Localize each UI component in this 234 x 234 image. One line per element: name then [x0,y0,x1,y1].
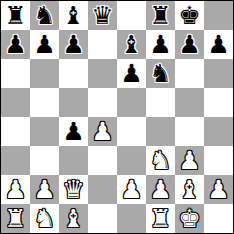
white-pawn-piece: ♟ [207,175,229,204]
black-rook-piece: ♜ [4,1,26,30]
square-e5[interactable] [117,88,146,117]
square-b5[interactable] [30,88,59,117]
black-queen-piece: ♛ [91,1,113,30]
square-d5[interactable] [88,88,117,117]
square-h7[interactable]: ♟ [204,30,233,59]
square-h8[interactable] [204,1,233,30]
square-f7[interactable]: ♟ [146,30,175,59]
square-c5[interactable] [59,88,88,117]
square-d6[interactable] [88,59,117,88]
square-d8[interactable]: ♛ [88,1,117,30]
square-e8[interactable] [117,1,146,30]
white-knight-piece: ♞ [149,146,171,175]
square-h6[interactable] [204,59,233,88]
square-e1[interactable] [117,204,146,233]
square-c8[interactable]: ♝ [59,1,88,30]
square-d7[interactable] [88,30,117,59]
square-d4[interactable]: ♟ [88,117,117,146]
square-g3[interactable]: ♟ [175,146,204,175]
white-pawn-piece: ♟ [149,175,171,204]
chess-diagram: ♜♞♝♛♜♚♟♟♟♝♟♟♟♟♞♟♟♞♟♟♟♛♟♟♝♟♜♞♝♜♚ [0,0,234,234]
white-rook-piece: ♜ [4,204,26,233]
square-g4[interactable] [175,117,204,146]
black-pawn-piece: ♟ [149,30,171,59]
square-f6[interactable]: ♞ [146,59,175,88]
square-g7[interactable]: ♟ [175,30,204,59]
black-bishop-piece: ♝ [120,30,142,59]
square-h3[interactable] [204,146,233,175]
black-king-piece: ♚ [178,1,200,30]
square-h5[interactable] [204,88,233,117]
black-knight-piece: ♞ [33,1,55,30]
square-b4[interactable] [30,117,59,146]
white-rook-piece: ♜ [149,204,171,233]
square-b7[interactable]: ♟ [30,30,59,59]
square-f5[interactable] [146,88,175,117]
square-a3[interactable] [1,146,30,175]
black-pawn-piece: ♟ [207,30,229,59]
square-a1[interactable]: ♜ [1,204,30,233]
square-a4[interactable] [1,117,30,146]
white-bishop-piece: ♝ [62,204,84,233]
square-a6[interactable] [1,59,30,88]
square-a2[interactable]: ♟ [1,175,30,204]
black-bishop-piece: ♝ [62,1,84,30]
square-g6[interactable] [175,59,204,88]
square-e4[interactable] [117,117,146,146]
white-pawn-piece: ♟ [33,175,55,204]
square-e6[interactable]: ♟ [117,59,146,88]
white-bishop-piece: ♝ [178,175,200,204]
black-pawn-piece: ♟ [4,30,26,59]
white-king-piece: ♚ [178,204,200,233]
square-d3[interactable] [88,146,117,175]
square-f2[interactable]: ♟ [146,175,175,204]
square-h2[interactable]: ♟ [204,175,233,204]
square-f8[interactable]: ♜ [146,1,175,30]
square-e7[interactable]: ♝ [117,30,146,59]
square-d1[interactable] [88,204,117,233]
square-b6[interactable] [30,59,59,88]
black-pawn-piece: ♟ [120,59,142,88]
black-knight-piece: ♞ [149,59,171,88]
black-rook-piece: ♜ [149,1,171,30]
square-b3[interactable] [30,146,59,175]
square-c4[interactable]: ♟ [59,117,88,146]
square-b2[interactable]: ♟ [30,175,59,204]
square-c1[interactable]: ♝ [59,204,88,233]
square-b8[interactable]: ♞ [30,1,59,30]
black-pawn-piece: ♟ [33,30,55,59]
square-g8[interactable]: ♚ [175,1,204,30]
white-queen-piece: ♛ [62,175,84,204]
square-h1[interactable] [204,204,233,233]
square-f1[interactable]: ♜ [146,204,175,233]
black-pawn-piece: ♟ [62,117,84,146]
black-pawn-piece: ♟ [62,30,84,59]
square-b1[interactable]: ♞ [30,204,59,233]
square-g2[interactable]: ♝ [175,175,204,204]
square-a5[interactable] [1,88,30,117]
square-f3[interactable]: ♞ [146,146,175,175]
square-a8[interactable]: ♜ [1,1,30,30]
white-knight-piece: ♞ [33,204,55,233]
square-h4[interactable] [204,117,233,146]
square-g1[interactable]: ♚ [175,204,204,233]
square-c6[interactable] [59,59,88,88]
square-e3[interactable] [117,146,146,175]
white-pawn-piece: ♟ [4,175,26,204]
black-pawn-piece: ♟ [178,30,200,59]
square-c7[interactable]: ♟ [59,30,88,59]
white-pawn-piece: ♟ [91,117,113,146]
square-c3[interactable] [59,146,88,175]
chess-board: ♜♞♝♛♜♚♟♟♟♝♟♟♟♟♞♟♟♞♟♟♟♛♟♟♝♟♜♞♝♜♚ [0,0,234,234]
square-g5[interactable] [175,88,204,117]
square-d2[interactable] [88,175,117,204]
square-f4[interactable] [146,117,175,146]
square-c2[interactable]: ♛ [59,175,88,204]
white-pawn-piece: ♟ [178,146,200,175]
square-a7[interactable]: ♟ [1,30,30,59]
square-e2[interactable]: ♟ [117,175,146,204]
white-pawn-piece: ♟ [120,175,142,204]
